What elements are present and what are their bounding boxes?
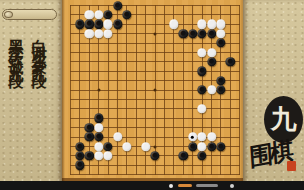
hoshi-point (154, 32, 157, 35)
go-board: ●●●●●●●●●●●●●●●●●●●●●●●●●●●●●●●●●●●●●●●●… (62, 0, 243, 181)
scroll-knob-icon (4, 11, 13, 18)
last-move-marker (191, 136, 194, 139)
player-control-bar[interactable] (0, 181, 304, 190)
play-indicator-icon[interactable] (169, 184, 173, 188)
progress-mark-gray (196, 184, 218, 187)
progress-mark-orange (178, 184, 192, 187)
control-dot-icon[interactable] (230, 184, 234, 188)
player-info-panel: 黑李钦诚九段 白谢尔豪九段 (0, 0, 62, 190)
red-seal-stamp (287, 161, 296, 171)
hoshi-point (154, 89, 157, 92)
hoshi-point (97, 89, 100, 92)
black-player-label: 黑李钦诚九段 (8, 27, 23, 69)
hoshi-point (154, 145, 157, 148)
video-frame: 黑李钦诚九段 白谢尔豪九段 ●●●●●●●●●●●●●●●●●●●●●●●●●●… (0, 0, 304, 190)
white-player-label: 白谢尔豪九段 (31, 27, 46, 69)
scroll-rod-decoration (2, 9, 57, 20)
